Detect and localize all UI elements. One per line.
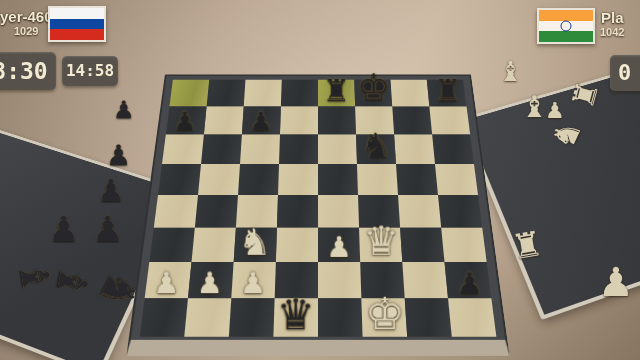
chess-board[interactable]: ♜♚♜♟♟♞♞♟♛♟♟♟♟♛♚	[140, 80, 497, 337]
square-d8[interactable]	[281, 80, 318, 107]
square-a6[interactable]	[162, 135, 204, 164]
piece-black-rook[interactable]: ♜	[323, 75, 350, 106]
square-a8[interactable]	[169, 80, 209, 107]
square-b1[interactable]	[184, 298, 231, 336]
square-c5[interactable]	[238, 164, 279, 195]
square-h4[interactable]	[438, 195, 482, 228]
square-d3[interactable]	[276, 228, 318, 262]
square-g5[interactable]	[396, 164, 438, 195]
square-b3[interactable]	[191, 228, 235, 262]
square-a1[interactable]	[140, 298, 188, 336]
left-player-name: yer-460	[0, 8, 53, 25]
piece-black-knight[interactable]: ♞	[361, 129, 392, 163]
left-player-rating: 1029	[14, 25, 38, 37]
board-wrapper: ♜♚♜♟♟♞♞♟♛♟♟♟♟♛♚	[140, 80, 497, 337]
right-player-name: Pla	[601, 9, 624, 26]
piece-black-king[interactable]: ♚	[357, 69, 390, 106]
square-e2[interactable]	[318, 262, 361, 298]
square-g2[interactable]	[402, 262, 448, 298]
square-a3[interactable]	[149, 228, 195, 262]
square-g3[interactable]	[400, 228, 444, 262]
square-e8[interactable]: ♜	[318, 80, 355, 107]
square-e6[interactable]	[318, 135, 357, 164]
left-clock-secondary: 14:58	[62, 56, 118, 86]
piece-white-king[interactable]: ♚	[365, 291, 405, 336]
square-b8[interactable]	[207, 80, 246, 107]
square-a4[interactable]	[154, 195, 198, 228]
piece-white-pawn[interactable]: ♟	[326, 233, 352, 261]
square-g4[interactable]	[398, 195, 441, 228]
piece-white-queen[interactable]: ♛	[363, 221, 399, 261]
right-clock: 0	[610, 55, 640, 91]
piece-black-pawn[interactable]: ♟	[456, 268, 482, 297]
square-h3[interactable]	[441, 228, 487, 262]
square-a2[interactable]: ♟	[145, 262, 192, 298]
ashoka-chakra-icon	[561, 21, 572, 32]
square-c7[interactable]: ♟	[242, 106, 281, 134]
square-e1[interactable]	[318, 298, 363, 336]
square-d5[interactable]	[278, 164, 318, 195]
piece-black-pawn[interactable]: ♟	[249, 108, 272, 134]
square-e4[interactable]	[318, 195, 359, 228]
square-b6[interactable]	[201, 135, 242, 164]
russia-flag	[48, 6, 106, 42]
square-a5[interactable]	[158, 164, 201, 195]
square-c2[interactable]: ♟	[231, 262, 276, 298]
square-f6[interactable]: ♞	[356, 135, 396, 164]
square-g7[interactable]	[392, 106, 432, 134]
piece-white-pawn[interactable]: ♟	[240, 268, 266, 297]
piece-black-rook[interactable]: ♜	[434, 75, 461, 106]
square-h1[interactable]	[448, 298, 496, 336]
square-h5[interactable]	[435, 164, 478, 195]
left-clock-main: 8:30	[0, 52, 56, 90]
square-e7[interactable]	[318, 106, 356, 134]
piece-black-pawn[interactable]: ♟	[173, 108, 196, 134]
right-player-rating: 1042	[600, 26, 624, 38]
square-f1[interactable]: ♚	[361, 298, 407, 336]
square-e5[interactable]	[318, 164, 358, 195]
square-b5[interactable]	[198, 164, 240, 195]
piece-white-pawn[interactable]: ♟	[153, 268, 179, 297]
square-d4[interactable]	[277, 195, 318, 228]
india-flag	[537, 8, 595, 44]
square-d1[interactable]: ♛	[273, 298, 318, 336]
square-b4[interactable]	[195, 195, 238, 228]
square-h2[interactable]: ♟	[445, 262, 492, 298]
square-h6[interactable]	[432, 135, 474, 164]
square-f3[interactable]: ♛	[359, 228, 402, 262]
square-g6[interactable]	[394, 135, 435, 164]
square-d6[interactable]	[279, 135, 318, 164]
piece-black-queen[interactable]: ♛	[277, 293, 315, 335]
square-g8[interactable]	[391, 80, 430, 107]
square-b7[interactable]	[204, 106, 244, 134]
square-d7[interactable]	[280, 106, 318, 134]
square-f5[interactable]	[357, 164, 398, 195]
square-c3[interactable]: ♞	[234, 228, 277, 262]
square-c6[interactable]	[240, 135, 280, 164]
square-a7[interactable]: ♟	[166, 106, 207, 134]
square-c8[interactable]	[244, 80, 282, 107]
square-e3[interactable]: ♟	[318, 228, 360, 262]
square-h8[interactable]: ♜	[427, 80, 467, 107]
square-g1[interactable]	[405, 298, 452, 336]
board-scene: ♜♚♜♟♟♞♞♟♛♟♟♟♟♛♚	[0, 0, 640, 360]
square-f8[interactable]: ♚	[354, 80, 392, 107]
piece-white-knight[interactable]: ♞	[238, 224, 271, 261]
piece-white-pawn[interactable]: ♟	[197, 268, 223, 297]
square-h7[interactable]	[429, 106, 470, 134]
square-b2[interactable]: ♟	[188, 262, 234, 298]
square-c1[interactable]	[229, 298, 275, 336]
